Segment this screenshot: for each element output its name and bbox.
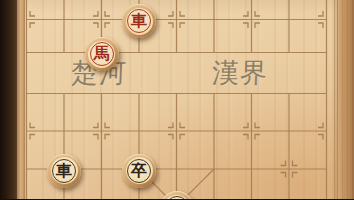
piece-red-horse[interactable]: 馬	[85, 37, 119, 71]
piece-black-chariot[interactable]: 車	[47, 154, 81, 188]
piece-face: 車	[51, 157, 78, 184]
piece-glyph: 車	[56, 162, 72, 178]
piece-ring: 車	[127, 9, 151, 33]
piece-ring: 馬	[90, 42, 114, 66]
piece-face: 車	[126, 8, 153, 35]
piece-face: 馬	[88, 41, 115, 68]
piece-face	[163, 195, 190, 200]
piece-glyph: 卒	[131, 162, 147, 178]
piece-black-soldier[interactable]: 卒	[122, 154, 156, 188]
piece-glyph: 馬	[94, 46, 110, 62]
river-label-han-jie: 漢界	[211, 58, 268, 88]
piece-red-chariot[interactable]: 車	[122, 4, 156, 38]
xiangqi-board-screenshot: 楚河 漢界 車馬車卒	[0, 0, 354, 199]
piece-ring: 卒	[127, 159, 151, 183]
piece-glyph: 車	[131, 13, 147, 29]
piece-ring: 車	[52, 159, 76, 183]
piece-ring	[165, 196, 189, 199]
piece-face: 卒	[126, 157, 153, 184]
